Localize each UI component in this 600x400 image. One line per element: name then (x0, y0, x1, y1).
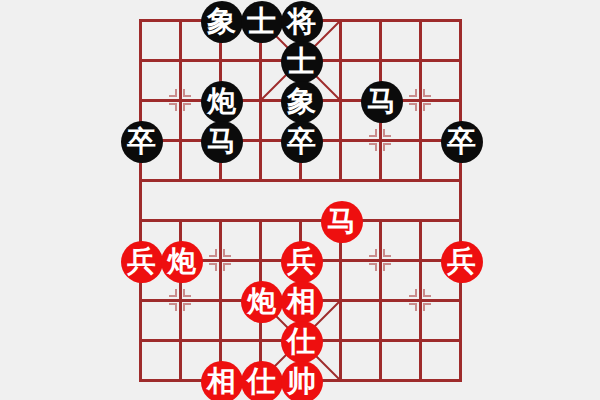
point-marker-corner (369, 129, 377, 137)
point-marker-corner (383, 249, 391, 257)
point-marker (169, 289, 191, 311)
point-marker-corner (183, 303, 191, 311)
point-marker-corner (409, 289, 417, 297)
board-grid: 象士将士炮象马卒马卒卒马兵炮兵兵炮相仕相仕帅 (140, 20, 460, 380)
point-marker-corner (369, 263, 377, 271)
black-advisor[interactable]: 士 (241, 1, 283, 43)
point-marker-corner (423, 289, 431, 297)
black-horse[interactable]: 马 (201, 121, 243, 163)
xiangqi-board: 象士将士炮象马卒马卒卒马兵炮兵兵炮相仕相仕帅 (0, 0, 600, 400)
black-soldier[interactable]: 卒 (281, 121, 323, 163)
black-cannon[interactable]: 炮 (201, 81, 243, 123)
red-elephant[interactable]: 相 (201, 361, 243, 400)
point-marker-corner (383, 129, 391, 137)
red-advisor[interactable]: 仕 (241, 361, 283, 400)
point-marker-corner (223, 249, 231, 257)
point-marker-corner (383, 263, 391, 271)
point-marker-corner (423, 303, 431, 311)
black-soldier[interactable]: 卒 (121, 121, 163, 163)
black-elephant[interactable]: 象 (201, 1, 243, 43)
point-marker-corner (369, 249, 377, 257)
red-cannon[interactable]: 炮 (161, 241, 203, 283)
black-elephant[interactable]: 象 (281, 81, 323, 123)
point-marker-corner (183, 103, 191, 111)
red-elephant[interactable]: 相 (281, 281, 323, 323)
point-marker-corner (383, 143, 391, 151)
red-cannon[interactable]: 炮 (241, 281, 283, 323)
point-marker-corner (169, 289, 177, 297)
point-marker (409, 89, 431, 111)
point-marker-corner (209, 263, 217, 271)
point-marker-corner (169, 303, 177, 311)
point-marker (209, 249, 231, 271)
point-marker-corner (169, 89, 177, 97)
point-marker-corner (409, 303, 417, 311)
point-marker (409, 289, 431, 311)
point-marker-corner (423, 89, 431, 97)
point-marker (369, 129, 391, 151)
black-horse[interactable]: 马 (361, 81, 403, 123)
point-marker-corner (369, 143, 377, 151)
red-advisor[interactable]: 仕 (281, 321, 323, 363)
point-marker-corner (223, 263, 231, 271)
point-marker-corner (409, 89, 417, 97)
point-marker-corner (183, 289, 191, 297)
black-advisor[interactable]: 士 (281, 41, 323, 83)
red-soldier[interactable]: 兵 (281, 241, 323, 283)
black-general[interactable]: 将 (281, 1, 323, 43)
point-marker-corner (209, 249, 217, 257)
red-horse[interactable]: 马 (321, 201, 363, 243)
point-marker-corner (183, 89, 191, 97)
point-marker-corner (423, 103, 431, 111)
red-general[interactable]: 帅 (281, 361, 323, 400)
point-marker-corner (409, 103, 417, 111)
point-marker (369, 249, 391, 271)
point-marker-corner (169, 103, 177, 111)
point-marker (169, 89, 191, 111)
black-soldier[interactable]: 卒 (441, 121, 483, 163)
red-soldier[interactable]: 兵 (441, 241, 483, 283)
red-soldier[interactable]: 兵 (121, 241, 163, 283)
